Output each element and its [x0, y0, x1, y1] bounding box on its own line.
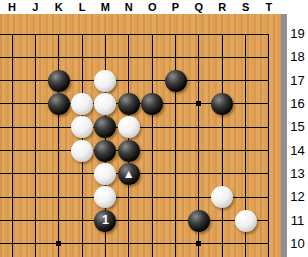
black-stone-N13[interactable]: ▲: [118, 163, 140, 185]
black-stone-P17[interactable]: [165, 70, 187, 92]
row-label-13: 13: [287, 166, 308, 182]
column-label-R: R: [212, 0, 232, 14]
black-stone-M15[interactable]: [94, 116, 116, 138]
row-label-18: 18: [287, 49, 308, 65]
white-stone-M13[interactable]: [94, 163, 116, 185]
black-stone-N14[interactable]: [118, 140, 140, 162]
row-label-11: 11: [287, 213, 308, 229]
grid-line-col-J: [35, 34, 36, 257]
black-stone-M11[interactable]: 1: [94, 210, 116, 232]
black-stone-K16[interactable]: [48, 93, 70, 115]
column-label-J: J: [25, 0, 45, 14]
row-label-17: 17: [287, 73, 308, 89]
column-label-M: M: [95, 0, 115, 14]
column-label-N: N: [119, 0, 139, 14]
column-label-L: L: [72, 0, 92, 14]
go-board[interactable]: ▲1: [0, 14, 281, 257]
white-stone-M16[interactable]: [94, 93, 116, 115]
black-stone-K17[interactable]: [48, 70, 70, 92]
column-label-H: H: [2, 0, 22, 14]
column-label-P: P: [166, 0, 186, 14]
row-label-10: 10: [287, 236, 308, 252]
star-point-K10: [56, 241, 61, 246]
black-stone-R16[interactable]: [211, 93, 233, 115]
column-label-T: T: [259, 0, 279, 14]
white-stone-L15[interactable]: [71, 116, 93, 138]
white-stone-L16[interactable]: [71, 93, 93, 115]
white-stone-R12[interactable]: [211, 186, 233, 208]
grid-line-row-10: [0, 243, 269, 244]
black-stone-M14[interactable]: [94, 140, 116, 162]
black-stone-Q11[interactable]: [188, 210, 210, 232]
star-point-Q10: [196, 241, 201, 246]
row-label-15: 15: [287, 119, 308, 135]
grid-line-col-T: [268, 34, 269, 257]
column-label-S: S: [236, 0, 256, 14]
white-stone-M17[interactable]: [94, 70, 116, 92]
white-stone-M12[interactable]: [94, 186, 116, 208]
black-stone-N16[interactable]: [118, 93, 140, 115]
grid-line-col-H: [12, 34, 13, 257]
white-stone-S11[interactable]: [235, 210, 257, 232]
row-label-14: 14: [287, 143, 308, 159]
white-stone-N15[interactable]: [118, 116, 140, 138]
go-diagram: HJKLMNOPQRST ▲1 19181716151413121110: [0, 0, 308, 257]
triangle-marker: ▲: [123, 167, 135, 179]
grid-line-col-P: [175, 34, 176, 257]
row-labels: 19181716151413121110: [287, 0, 308, 257]
grid-line-row-17: [0, 80, 269, 81]
star-point-Q16: [196, 101, 201, 106]
move-number-label: 1: [102, 214, 109, 227]
white-stone-L14[interactable]: [71, 140, 93, 162]
grid-line-row-19: [0, 34, 269, 35]
column-label-O: O: [142, 0, 162, 14]
grid-line-row-18: [0, 57, 269, 58]
row-label-12: 12: [287, 189, 308, 205]
grid-line-col-R: [222, 34, 223, 257]
grid-line-row-11: [0, 220, 269, 221]
row-label-19: 19: [287, 26, 308, 42]
row-label-16: 16: [287, 96, 308, 112]
black-stone-O16[interactable]: [141, 93, 163, 115]
grid-line-col-O: [152, 34, 153, 257]
column-label-K: K: [49, 0, 69, 14]
column-label-Q: Q: [189, 0, 209, 14]
grid-line-col-K: [58, 34, 59, 257]
column-labels: HJKLMNOPQRST: [0, 0, 308, 14]
